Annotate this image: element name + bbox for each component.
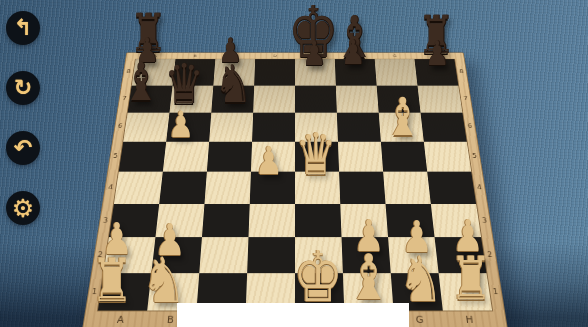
rotate-counterclockwise-button[interactable]: ↶ xyxy=(6,131,40,165)
piece-white-p-b5[interactable]: ♟ xyxy=(168,107,194,143)
piece-black-p-f7[interactable]: ♟ xyxy=(341,35,365,69)
piece-black-p-h7[interactable]: ♟ xyxy=(425,36,449,70)
piece-white-r-a1[interactable]: ♜ xyxy=(90,250,133,310)
piece-black-p-e7[interactable]: ♟ xyxy=(302,36,326,70)
piece-white-r-h1[interactable]: ♜ xyxy=(449,248,492,308)
pieces-layer: ♜♚♝♜♟♟♟♟♟♝♛♞♟♝♟♛♟♟♟♟♟♜♞♚♝♞♜ xyxy=(0,0,588,327)
piece-white-q-e4[interactable]: ♛ xyxy=(295,125,336,183)
piece-white-b-f1[interactable]: ♝ xyxy=(347,247,392,310)
piece-white-k-e1[interactable]: ♚ xyxy=(293,242,343,312)
undo-move-button[interactable]: ↰ xyxy=(6,11,40,45)
piece-white-b-g5[interactable]: ♝ xyxy=(384,92,422,145)
rotate-clockwise-icon: ↻ xyxy=(14,77,32,99)
blank-white-panel xyxy=(177,303,409,327)
gear-icon: ⚙ xyxy=(12,196,34,221)
return-arrow-icon: ↰ xyxy=(14,17,32,39)
piece-white-n-g1[interactable]: ♞ xyxy=(399,249,444,312)
piece-black-n-c6[interactable]: ♞ xyxy=(214,59,252,112)
rotate-clockwise-button[interactable]: ↻ xyxy=(6,71,40,105)
rotate-counterclockwise-icon: ↶ xyxy=(14,137,32,159)
piece-white-p-d4[interactable]: ♟ xyxy=(255,141,283,180)
settings-button[interactable]: ⚙ xyxy=(6,191,40,225)
piece-black-b-a6[interactable]: ♝ xyxy=(122,57,160,110)
